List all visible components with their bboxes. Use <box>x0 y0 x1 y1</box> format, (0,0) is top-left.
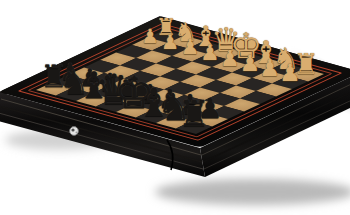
chess-set-photo: ♜♞♟♝♟♛♟♚♟♝♟♞♟♜♟♟♟♟♜♟♞♟♝♟♛♟♚♟♝♟♞♜ <box>0 0 350 215</box>
latch-knob-icon <box>70 127 79 136</box>
case-shadow <box>155 179 350 205</box>
